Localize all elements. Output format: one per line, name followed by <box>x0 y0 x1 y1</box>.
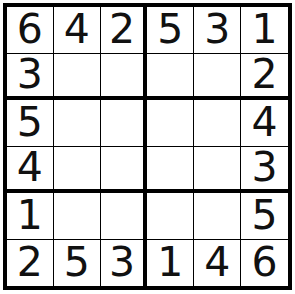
cell-r5c1[interactable]: 1 <box>7 193 54 240</box>
sudoku-board: 64253132544315253146 <box>3 3 292 290</box>
cell-r6c4[interactable]: 1 <box>147 240 194 287</box>
cell-r3c6[interactable]: 4 <box>241 100 288 147</box>
cell-r1c1[interactable]: 6 <box>7 7 54 54</box>
cell-r1c5[interactable]: 3 <box>194 7 241 54</box>
cell-r5c2[interactable] <box>54 193 101 240</box>
cell-r6c2[interactable]: 5 <box>54 240 101 287</box>
cell-r1c3[interactable]: 2 <box>101 7 148 54</box>
cell-r3c3[interactable] <box>101 100 148 147</box>
cell-r1c4[interactable]: 5 <box>147 7 194 54</box>
cell-r6c6[interactable]: 6 <box>241 240 288 287</box>
cell-r4c4[interactable] <box>147 147 194 194</box>
cell-r4c3[interactable] <box>101 147 148 194</box>
cell-r6c5[interactable]: 4 <box>194 240 241 287</box>
cell-r4c1[interactable]: 4 <box>7 147 54 194</box>
cell-r1c2[interactable]: 4 <box>54 7 101 54</box>
cell-r3c5[interactable] <box>194 100 241 147</box>
cell-r2c1[interactable]: 3 <box>7 54 54 101</box>
sudoku-page: 64253132544315253146 <box>0 0 295 294</box>
cell-r2c6[interactable]: 2 <box>241 54 288 101</box>
cell-r4c2[interactable] <box>54 147 101 194</box>
cell-r3c2[interactable] <box>54 100 101 147</box>
cell-r4c6[interactable]: 3 <box>241 147 288 194</box>
cell-r2c5[interactable] <box>194 54 241 101</box>
cell-r2c2[interactable] <box>54 54 101 101</box>
cell-r6c3[interactable]: 3 <box>101 240 148 287</box>
cell-r5c5[interactable] <box>194 193 241 240</box>
cell-r5c4[interactable] <box>147 193 194 240</box>
cell-r4c5[interactable] <box>194 147 241 194</box>
cell-r5c6[interactable]: 5 <box>241 193 288 240</box>
cell-r1c6[interactable]: 1 <box>241 7 288 54</box>
cell-r2c4[interactable] <box>147 54 194 101</box>
cell-r5c3[interactable] <box>101 193 148 240</box>
cell-r6c1[interactable]: 2 <box>7 240 54 287</box>
cell-r3c4[interactable] <box>147 100 194 147</box>
cell-r3c1[interactable]: 5 <box>7 100 54 147</box>
cell-r2c3[interactable] <box>101 54 148 101</box>
